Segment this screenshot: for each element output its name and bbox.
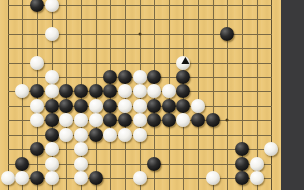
white-stone: [133, 113, 147, 127]
black-stone: [30, 84, 44, 98]
black-stone: [220, 27, 234, 41]
white-stone: [264, 142, 278, 156]
black-stone: [30, 142, 44, 156]
grid-vline: [8, 0, 9, 190]
black-stone: [103, 99, 117, 113]
black-stone: [74, 84, 88, 98]
white-stone: [45, 0, 59, 12]
black-stone: [235, 142, 249, 156]
white-stone: [250, 171, 264, 185]
black-stone: [176, 99, 190, 113]
white-stone: [30, 99, 44, 113]
white-stone: [59, 128, 73, 142]
white-stone: [74, 157, 88, 171]
black-stone: [162, 99, 176, 113]
grid-hline: [8, 48, 272, 49]
black-stone: [89, 171, 103, 185]
white-stone: [206, 171, 220, 185]
white-stone: [250, 157, 264, 171]
white-stone: [133, 99, 147, 113]
go-board[interactable]: [0, 0, 281, 190]
white-stone: [89, 113, 103, 127]
black-stone: [30, 0, 44, 12]
black-stone: [162, 113, 176, 127]
grid-vline: [213, 0, 214, 190]
black-stone: [147, 113, 161, 127]
white-stone: [45, 157, 59, 171]
black-stone: [206, 113, 220, 127]
black-stone: [235, 171, 249, 185]
black-stone: [147, 157, 161, 171]
white-stone: [147, 84, 161, 98]
white-stone: [45, 171, 59, 185]
white-stone: [45, 84, 59, 98]
black-stone: [191, 113, 205, 127]
black-stone: [147, 99, 161, 113]
star-point: [226, 119, 229, 122]
white-stone: [74, 128, 88, 142]
black-stone: [74, 99, 88, 113]
black-stone: [147, 70, 161, 84]
black-stone: [45, 99, 59, 113]
white-stone: [15, 84, 29, 98]
white-stone: [133, 128, 147, 142]
grid-hline: [8, 19, 272, 20]
black-stone: [45, 128, 59, 142]
black-stone: [176, 70, 190, 84]
white-stone: [59, 113, 73, 127]
white-stone: [45, 27, 59, 41]
black-stone: [118, 113, 132, 127]
white-stone: [176, 113, 190, 127]
white-stone: [118, 99, 132, 113]
black-stone: [103, 113, 117, 127]
black-stone: [118, 70, 132, 84]
white-stone: [45, 70, 59, 84]
white-stone: [133, 70, 147, 84]
white-stone: [74, 171, 88, 185]
white-stone: [118, 84, 132, 98]
star-point: [138, 32, 141, 35]
white-stone: [30, 56, 44, 70]
white-stone: [133, 84, 147, 98]
white-stone: [15, 171, 29, 185]
grid-vline: [198, 0, 199, 190]
black-stone: [103, 70, 117, 84]
white-stone: [74, 142, 88, 156]
black-stone: [89, 128, 103, 142]
black-stone: [103, 84, 117, 98]
triangle-marker-icon: [182, 57, 190, 64]
grid-hline: [8, 63, 272, 64]
white-stone: [103, 128, 117, 142]
black-stone: [59, 99, 73, 113]
black-stone: [89, 84, 103, 98]
white-stone: [89, 99, 103, 113]
white-stone: [74, 113, 88, 127]
black-stone: [235, 157, 249, 171]
white-stone: [118, 128, 132, 142]
black-stone: [176, 84, 190, 98]
video-frame: [0, 0, 304, 190]
black-stone: [59, 84, 73, 98]
white-stone: [162, 84, 176, 98]
white-stone: [133, 171, 147, 185]
white-stone: [1, 171, 15, 185]
side-panel: [281, 0, 304, 190]
white-stone: [30, 113, 44, 127]
white-stone: [191, 99, 205, 113]
white-stone: [45, 142, 59, 156]
black-stone: [45, 113, 59, 127]
black-stone: [30, 171, 44, 185]
grid-vline: [271, 0, 272, 190]
black-stone: [15, 157, 29, 171]
white-stone: [176, 56, 190, 70]
